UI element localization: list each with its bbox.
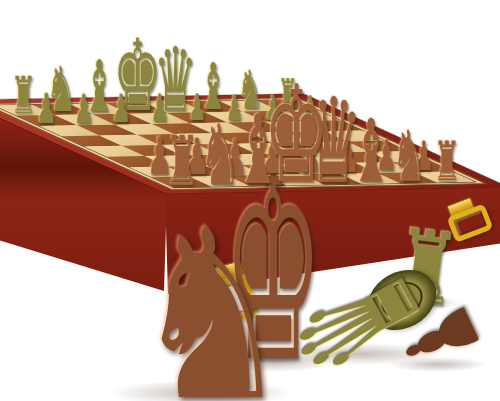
piece-shadow [108, 380, 293, 401]
lying-queen-base-disc [357, 258, 447, 342]
piece-shadow [388, 357, 488, 372]
chess-set-photo: ♜♞♝♚♛♝♞♜♟♟♟♟♟♟♟♟♟♟♟♟♟♟♟♟♜♞♝♚♛♝♞♜♜♚♛♞♟ [0, 0, 500, 401]
